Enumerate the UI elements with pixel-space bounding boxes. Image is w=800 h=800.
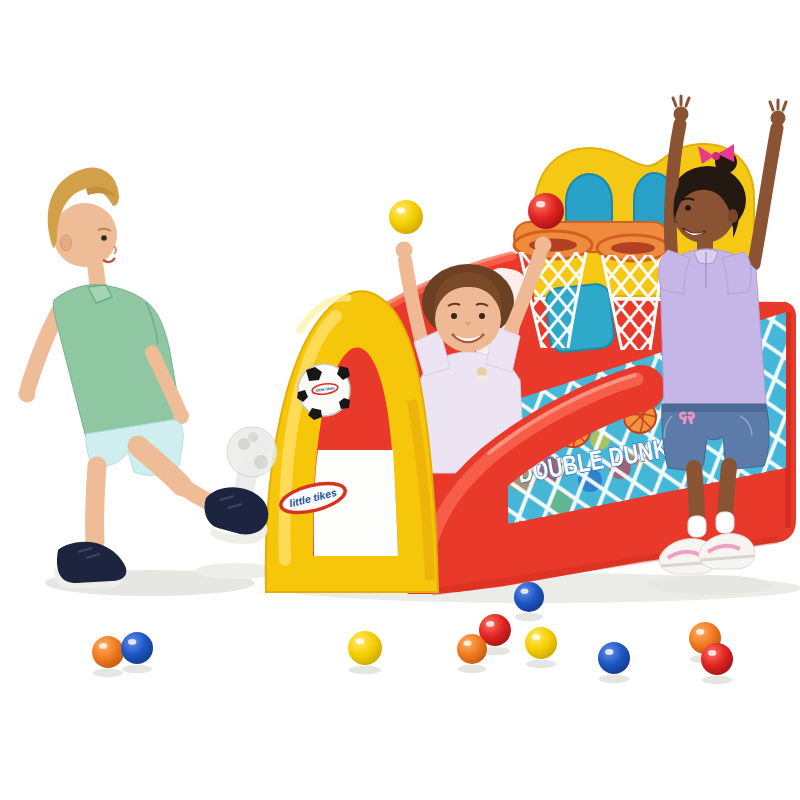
ball-shadow	[702, 676, 732, 684]
boy-back-hand	[19, 386, 36, 403]
scene-canvas: D DOUBLE DUNK	[0, 0, 800, 800]
ball-highlight	[99, 643, 107, 649]
girl-right-left-fingers	[673, 96, 689, 106]
ball-shadow	[515, 613, 544, 621]
play-ball-red	[528, 193, 564, 229]
boy-kick-shoe	[205, 487, 269, 544]
girl-right-right-hand	[771, 111, 786, 126]
ball-highlight	[486, 621, 494, 627]
ball-shadow	[93, 669, 123, 677]
ball-shadow	[349, 666, 381, 674]
play-ball-orange	[92, 636, 124, 668]
ball-highlight	[396, 207, 405, 213]
ball-highlight	[355, 638, 364, 644]
boy-planted-leg	[95, 466, 97, 542]
girl-right-right-arm	[754, 128, 777, 264]
ball-highlight	[708, 650, 716, 656]
ball-highlight	[521, 589, 529, 594]
ball-shadow	[526, 660, 556, 668]
girl-right-right-leg	[725, 466, 729, 514]
play-ball-yellow	[389, 200, 423, 234]
boy-face	[53, 203, 117, 267]
girl-right-left-hand	[674, 107, 689, 122]
play-ball-orange	[457, 634, 487, 664]
girl-middle-right-hand	[396, 242, 413, 259]
ball-shadow	[599, 675, 629, 683]
boy-figure	[19, 168, 269, 589]
ball-highlight	[464, 641, 472, 646]
soccer-ball-blur	[227, 427, 277, 477]
play-ball-red	[701, 643, 733, 675]
girl-right-ear	[728, 209, 738, 223]
play-ball-blue	[598, 642, 630, 674]
ball-highlight	[536, 201, 545, 207]
ball-highlight	[696, 629, 704, 635]
girl-right-right-sock	[716, 512, 734, 533]
girl-right-right-fingers	[770, 100, 786, 110]
ball-shadow	[458, 665, 487, 673]
play-ball-yellow	[525, 627, 557, 659]
play-ball-yellow	[348, 631, 382, 665]
girl-right-waistband	[662, 404, 766, 412]
girl-right-shadow	[648, 575, 772, 595]
ball-highlight	[605, 649, 613, 655]
ball-shadow	[122, 665, 152, 673]
product-photo: D DOUBLE DUNK	[0, 0, 800, 800]
play-ball-blue	[514, 582, 544, 612]
girl-right-left-leg	[694, 468, 697, 520]
girl-right-left-sock	[688, 516, 706, 537]
ball-highlight	[532, 634, 540, 640]
play-ball-blue	[121, 632, 153, 664]
boy-planted-shoe	[54, 542, 126, 589]
ball-highlight	[128, 639, 136, 645]
arch-goal: little tikes little tikes	[227, 292, 438, 592]
girl-middle-left-hand	[535, 237, 552, 254]
boy-ear	[61, 235, 72, 251]
